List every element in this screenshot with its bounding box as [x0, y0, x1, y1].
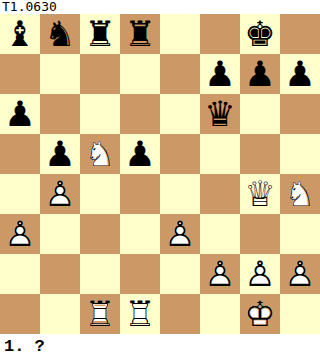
square-g2[interactable]: ♟♙ [240, 254, 280, 294]
square-b1[interactable] [40, 294, 80, 334]
puzzle-id: T1.0630 [0, 0, 320, 14]
square-f8[interactable] [200, 14, 240, 54]
black-pawn: ♟ [0, 94, 40, 134]
square-g5[interactable] [240, 134, 280, 174]
square-d4[interactable] [120, 174, 160, 214]
square-c3[interactable] [80, 214, 120, 254]
square-g6[interactable] [240, 94, 280, 134]
white-pawn: ♟♙ [40, 174, 80, 214]
square-g4[interactable]: ♛♕ [240, 174, 280, 214]
white-rook: ♜♖ [120, 294, 160, 334]
square-h7[interactable]: ♟ [280, 54, 320, 94]
square-f3[interactable] [200, 214, 240, 254]
square-f1[interactable] [200, 294, 240, 334]
black-knight: ♞ [40, 14, 80, 54]
black-rook: ♜ [120, 14, 160, 54]
white-knight: ♞♘ [80, 134, 120, 174]
square-d5[interactable]: ♟ [120, 134, 160, 174]
square-h1[interactable] [280, 294, 320, 334]
square-b5[interactable]: ♟ [40, 134, 80, 174]
white-pawn: ♟♙ [0, 214, 40, 254]
square-a7[interactable] [0, 54, 40, 94]
square-g7[interactable]: ♟ [240, 54, 280, 94]
square-b6[interactable] [40, 94, 80, 134]
black-rook: ♜ [80, 14, 120, 54]
square-a2[interactable] [0, 254, 40, 294]
white-pawn: ♟♙ [280, 254, 320, 294]
square-e2[interactable] [160, 254, 200, 294]
square-b4[interactable]: ♟♙ [40, 174, 80, 214]
move-prompt: 1. ? [0, 334, 320, 360]
square-c6[interactable] [80, 94, 120, 134]
square-c5[interactable]: ♞♘ [80, 134, 120, 174]
black-pawn: ♟ [40, 134, 80, 174]
square-h2[interactable]: ♟♙ [280, 254, 320, 294]
black-pawn: ♟ [120, 134, 160, 174]
white-queen: ♛♕ [240, 174, 280, 214]
black-pawn: ♟ [240, 54, 280, 94]
white-pawn: ♟♙ [160, 214, 200, 254]
white-pawn: ♟♙ [200, 254, 240, 294]
white-pawn: ♟♙ [240, 254, 280, 294]
square-d3[interactable] [120, 214, 160, 254]
square-e8[interactable] [160, 14, 200, 54]
square-c7[interactable] [80, 54, 120, 94]
square-f7[interactable]: ♟ [200, 54, 240, 94]
white-rook: ♜♖ [80, 294, 120, 334]
black-pawn: ♟ [200, 54, 240, 94]
black-bishop: ♝ [0, 14, 40, 54]
square-a4[interactable] [0, 174, 40, 214]
square-d6[interactable] [120, 94, 160, 134]
black-pawn: ♟ [280, 54, 320, 94]
square-b3[interactable] [40, 214, 80, 254]
square-a5[interactable] [0, 134, 40, 174]
black-king: ♚ [240, 14, 280, 54]
chess-board: ♝♞♜♜♚♟♟♟♟♛♟♞♘♟♟♙♛♕♞♘♟♙♟♙♟♙♟♙♟♙♜♖♜♖♚♔ [0, 14, 320, 334]
square-h6[interactable] [280, 94, 320, 134]
square-b7[interactable] [40, 54, 80, 94]
square-a3[interactable]: ♟♙ [0, 214, 40, 254]
square-g1[interactable]: ♚♔ [240, 294, 280, 334]
square-c2[interactable] [80, 254, 120, 294]
square-h5[interactable] [280, 134, 320, 174]
square-f2[interactable]: ♟♙ [200, 254, 240, 294]
square-d8[interactable]: ♜ [120, 14, 160, 54]
square-c4[interactable] [80, 174, 120, 214]
square-d2[interactable] [120, 254, 160, 294]
square-a6[interactable]: ♟ [0, 94, 40, 134]
black-queen: ♛ [200, 94, 240, 134]
square-a1[interactable] [0, 294, 40, 334]
square-g3[interactable] [240, 214, 280, 254]
square-e5[interactable] [160, 134, 200, 174]
square-d1[interactable]: ♜♖ [120, 294, 160, 334]
square-b8[interactable]: ♞ [40, 14, 80, 54]
square-h4[interactable]: ♞♘ [280, 174, 320, 214]
square-e6[interactable] [160, 94, 200, 134]
square-g8[interactable]: ♚ [240, 14, 280, 54]
square-f5[interactable] [200, 134, 240, 174]
square-e4[interactable] [160, 174, 200, 214]
square-f6[interactable]: ♛ [200, 94, 240, 134]
square-e3[interactable]: ♟♙ [160, 214, 200, 254]
white-knight: ♞♘ [280, 174, 320, 214]
square-f4[interactable] [200, 174, 240, 214]
square-c8[interactable]: ♜ [80, 14, 120, 54]
square-e7[interactable] [160, 54, 200, 94]
square-b2[interactable] [40, 254, 80, 294]
white-king: ♚♔ [240, 294, 280, 334]
square-c1[interactable]: ♜♖ [80, 294, 120, 334]
square-h3[interactable] [280, 214, 320, 254]
square-e1[interactable] [160, 294, 200, 334]
square-h8[interactable] [280, 14, 320, 54]
square-a8[interactable]: ♝ [0, 14, 40, 54]
square-d7[interactable] [120, 54, 160, 94]
